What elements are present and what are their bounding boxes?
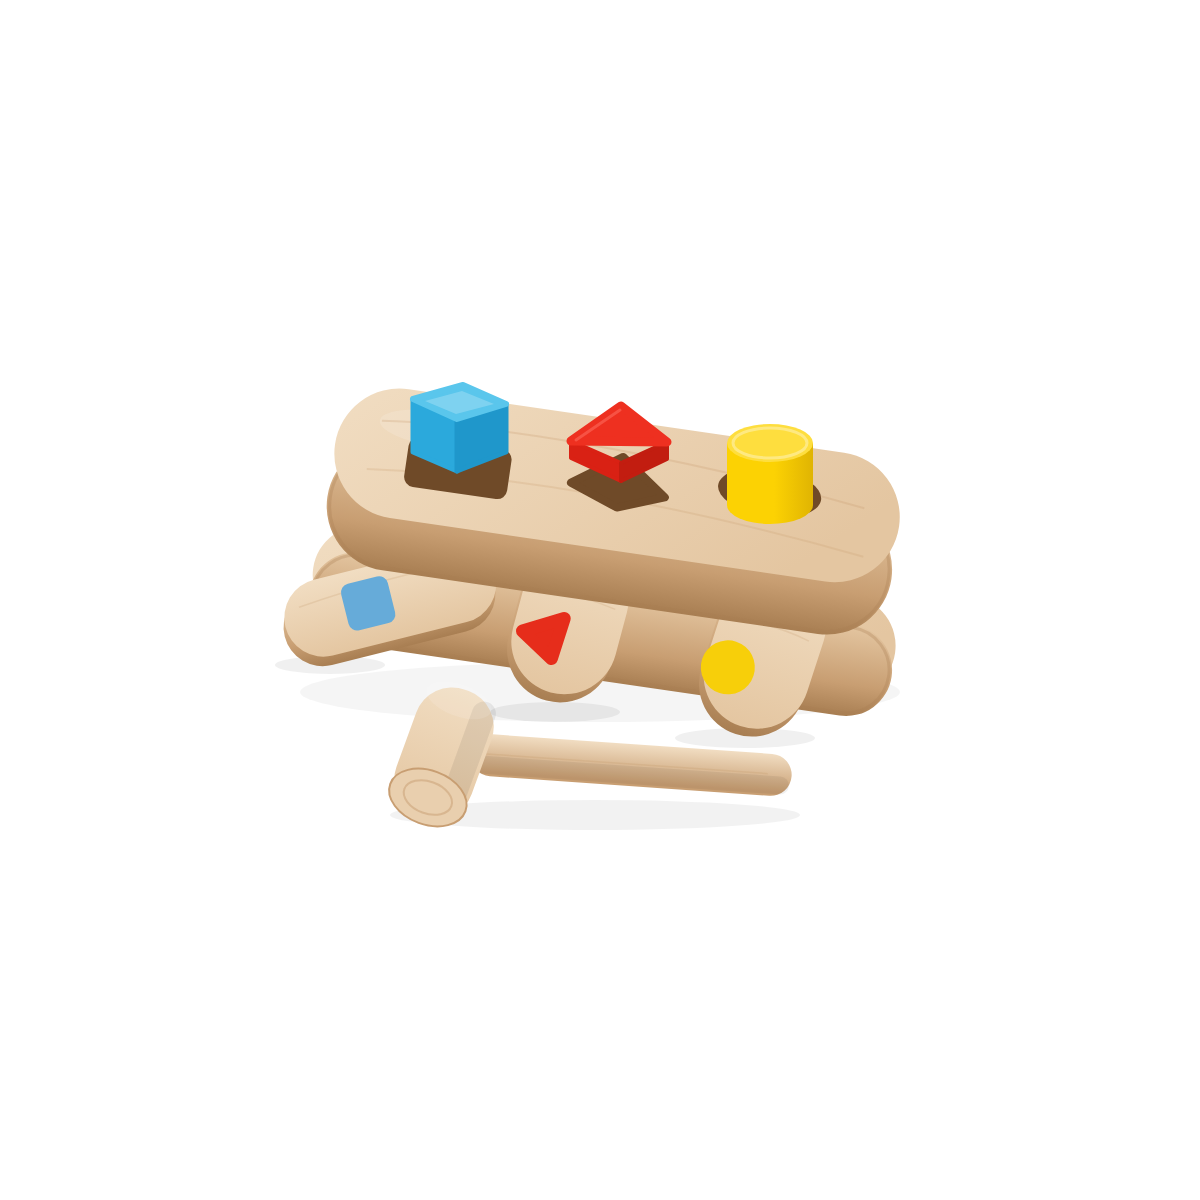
product-photo (0, 0, 1200, 1200)
toy-scene (0, 0, 1200, 1200)
shape-cube (413, 385, 506, 471)
shape-cylinder (727, 424, 813, 524)
cylinder-top-face (727, 424, 813, 462)
paddle-middle-shadow (490, 702, 620, 722)
